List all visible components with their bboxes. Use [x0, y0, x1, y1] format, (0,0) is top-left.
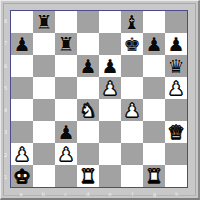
file-label-g: g	[144, 189, 166, 199]
square-f6[interactable]	[121, 55, 143, 77]
square-h8[interactable]	[165, 11, 187, 33]
file-label-e: e	[99, 189, 121, 199]
square-h4[interactable]	[165, 99, 187, 121]
piece-black-pawn: ♟	[167, 33, 184, 55]
square-g8[interactable]	[143, 11, 165, 33]
square-c4[interactable]	[55, 99, 77, 121]
square-c5[interactable]	[55, 77, 77, 99]
square-f3[interactable]	[121, 121, 143, 143]
square-f8[interactable]: ♝	[121, 11, 143, 33]
rank-label-4: 4	[1, 99, 10, 121]
square-g3[interactable]	[143, 121, 165, 143]
square-a3[interactable]	[11, 121, 33, 143]
piece-white-knight: ♞	[79, 99, 96, 121]
square-g1[interactable]: ♜	[143, 165, 165, 187]
piece-white-pawn: ♟	[101, 77, 118, 99]
square-g4[interactable]	[143, 99, 165, 121]
square-e4[interactable]	[99, 99, 121, 121]
piece-black-pawn: ♟	[13, 33, 30, 55]
square-d3[interactable]	[77, 121, 99, 143]
square-h5[interactable]: ♟	[165, 77, 187, 99]
square-g2[interactable]	[143, 143, 165, 165]
square-b4[interactable]	[33, 99, 55, 121]
square-d8[interactable]	[77, 11, 99, 33]
square-a1[interactable]: ♚	[11, 165, 33, 187]
piece-black-rook: ♜	[35, 11, 52, 33]
square-f7[interactable]: ♚	[121, 33, 143, 55]
piece-white-king: ♚	[13, 165, 30, 187]
piece-black-rook: ♜	[57, 33, 74, 55]
square-a4[interactable]	[11, 99, 33, 121]
rank-label-7: 7	[1, 32, 10, 54]
piece-black-bishop: ♝	[123, 11, 140, 33]
square-g5[interactable]	[143, 77, 165, 99]
square-e5[interactable]: ♟	[99, 77, 121, 99]
rank-label-5: 5	[1, 77, 10, 99]
piece-black-pawn: ♟	[145, 33, 162, 55]
piece-white-rook: ♜	[79, 165, 96, 187]
file-label-f: f	[121, 189, 143, 199]
square-b3[interactable]	[33, 121, 55, 143]
file-label-d: d	[77, 189, 99, 199]
square-h7[interactable]: ♟	[165, 33, 187, 55]
piece-white-pawn: ♟	[167, 77, 184, 99]
square-b6[interactable]	[33, 55, 55, 77]
square-d7[interactable]	[77, 33, 99, 55]
square-d1[interactable]: ♜	[77, 165, 99, 187]
square-b2[interactable]	[33, 143, 55, 165]
square-e7[interactable]	[99, 33, 121, 55]
rank-labels: 87654321	[1, 10, 10, 188]
file-labels: abcdefgh	[10, 189, 188, 199]
square-b1[interactable]	[33, 165, 55, 187]
square-c7[interactable]: ♜	[55, 33, 77, 55]
square-c3[interactable]: ♟	[55, 121, 77, 143]
square-d6[interactable]: ♟	[77, 55, 99, 77]
square-h1[interactable]	[165, 165, 187, 187]
rank-label-3: 3	[1, 121, 10, 143]
square-d4[interactable]: ♞	[77, 99, 99, 121]
square-c2[interactable]: ♟	[55, 143, 77, 165]
piece-black-pawn: ♟	[57, 121, 74, 143]
square-b8[interactable]: ♜	[33, 11, 55, 33]
square-a2[interactable]: ♟	[11, 143, 33, 165]
square-f4[interactable]: ♟	[121, 99, 143, 121]
piece-black-queen: ♛	[167, 55, 184, 77]
square-b7[interactable]	[33, 33, 55, 55]
square-c8[interactable]	[55, 11, 77, 33]
square-h6[interactable]: ♛	[165, 55, 187, 77]
diagram-frame: 87654321 ♜♝♟♜♚♟♟♟♟♛♟♟♞♟♟♛♟♟♚♜♜ abcdefgh	[0, 0, 200, 200]
square-e3[interactable]	[99, 121, 121, 143]
square-a5[interactable]	[11, 77, 33, 99]
rank-label-8: 8	[1, 10, 10, 32]
square-a8[interactable]	[11, 11, 33, 33]
square-f2[interactable]	[121, 143, 143, 165]
square-e8[interactable]	[99, 11, 121, 33]
piece-white-pawn: ♟	[123, 99, 140, 121]
square-b5[interactable]	[33, 77, 55, 99]
square-h2[interactable]	[165, 143, 187, 165]
piece-black-king: ♚	[123, 33, 140, 55]
square-c6[interactable]	[55, 55, 77, 77]
piece-white-pawn: ♟	[57, 143, 74, 165]
square-d5[interactable]	[77, 77, 99, 99]
rank-label-1: 1	[1, 166, 10, 188]
square-a7[interactable]: ♟	[11, 33, 33, 55]
square-f5[interactable]	[121, 77, 143, 99]
piece-white-rook: ♜	[145, 165, 162, 187]
file-label-h: h	[166, 189, 188, 199]
square-d2[interactable]	[77, 143, 99, 165]
square-c1[interactable]	[55, 165, 77, 187]
file-label-b: b	[32, 189, 54, 199]
piece-white-queen: ♛	[167, 121, 184, 143]
square-e6[interactable]: ♟	[99, 55, 121, 77]
piece-white-pawn: ♟	[13, 143, 30, 165]
rank-label-2: 2	[1, 144, 10, 166]
file-label-a: a	[10, 189, 32, 199]
square-f1[interactable]	[121, 165, 143, 187]
square-g7[interactable]: ♟	[143, 33, 165, 55]
file-label-c: c	[55, 189, 77, 199]
square-a6[interactable]	[11, 55, 33, 77]
square-g6[interactable]	[143, 55, 165, 77]
piece-black-pawn: ♟	[101, 55, 118, 77]
piece-black-pawn: ♟	[79, 55, 96, 77]
rank-label-6: 6	[1, 55, 10, 77]
chess-board[interactable]: ♜♝♟♜♚♟♟♟♟♛♟♟♞♟♟♛♟♟♚♜♜	[10, 10, 188, 188]
square-e1[interactable]	[99, 165, 121, 187]
square-e2[interactable]	[99, 143, 121, 165]
square-h3[interactable]: ♛	[165, 121, 187, 143]
